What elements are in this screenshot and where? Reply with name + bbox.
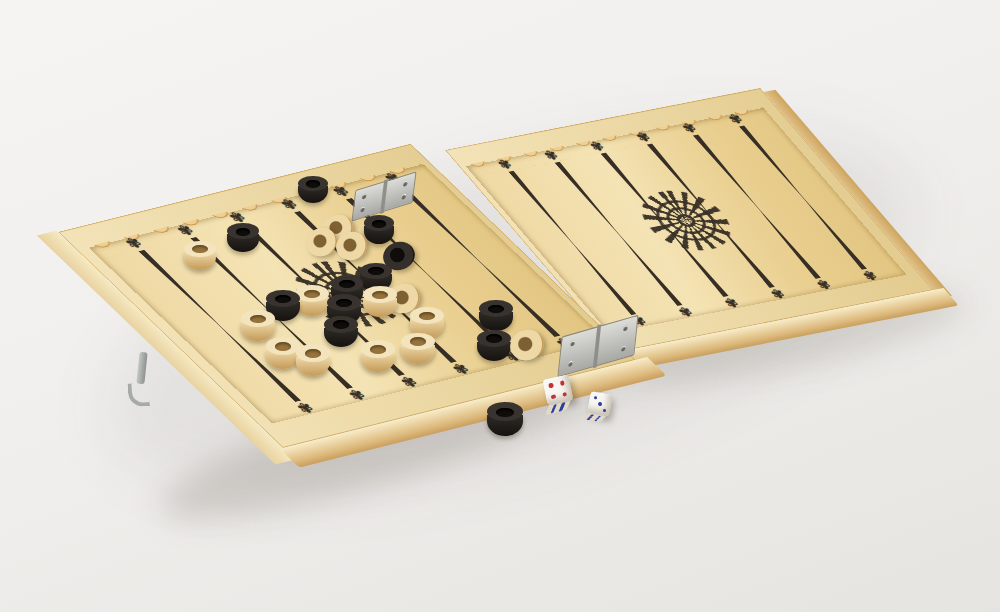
checker-white[interactable]: ○ [295, 285, 328, 315]
checker-black[interactable]: ● [479, 300, 513, 331]
scene: ✾✾✾✾✾✾ ✾✾✾✾✾✾ ✾✾✾✾✾✾ ✾✾✾✾✾✾ ●●●●●●●●●●●●… [0, 0, 1000, 612]
die[interactable] [587, 391, 612, 416]
die-pip [551, 394, 557, 400]
die-pip [560, 380, 566, 386]
hinge-screw [622, 325, 627, 332]
point-ornament: ✾ [814, 278, 834, 291]
hinge-screw [362, 193, 367, 200]
checker-hole [236, 228, 251, 236]
die[interactable] [543, 375, 574, 406]
checker-black[interactable]: ● [298, 176, 328, 203]
hinge-screw [570, 340, 575, 347]
hinge-screw [401, 194, 406, 201]
point-ornament: ✾ [397, 374, 421, 389]
checker-white[interactable]: ○ [401, 333, 436, 365]
hinge-screw [402, 180, 407, 187]
checker-hole [496, 408, 514, 417]
checker-white[interactable]: ○ [241, 310, 275, 341]
checker-black[interactable]: ● [227, 223, 258, 252]
point-ornament: ✾ [588, 140, 608, 153]
die-pip [593, 419, 598, 422]
die-pip [559, 407, 563, 411]
die-pip [602, 408, 607, 413]
point-ornament: ✾ [541, 149, 561, 162]
point-ornament: ✾ [768, 287, 788, 300]
hinge-screw [620, 345, 625, 352]
checker-black[interactable]: ● [477, 330, 511, 362]
die-pip [550, 409, 554, 413]
point-ornament: ✾ [860, 269, 880, 282]
checker-white[interactable]: ○ [361, 340, 396, 372]
checker-white[interactable]: ○ [184, 241, 216, 270]
point-ornament: ✾ [634, 131, 654, 144]
point-ornament: ✾ [680, 122, 700, 135]
hinge-screw [568, 360, 573, 367]
hinge-screw [360, 206, 365, 213]
checker-black[interactable]: ● [487, 402, 524, 436]
checker-black[interactable]: ● [324, 316, 358, 347]
die-pip [562, 392, 568, 398]
die-pip [586, 417, 591, 420]
point-ornament: ✾ [495, 158, 515, 171]
die-pip [598, 402, 603, 407]
checker-white[interactable]: ○ [363, 286, 396, 316]
point-ornament: ✾ [449, 362, 473, 377]
checker-black[interactable]: ● [364, 215, 395, 243]
checker-hole [372, 220, 387, 228]
point-ornament: ✾ [293, 400, 317, 415]
point-ornament: ✾ [675, 305, 695, 318]
die-pip [548, 383, 554, 389]
die-pip [593, 395, 598, 400]
point-ornament: ✾ [329, 184, 353, 199]
checker-white[interactable]: ○ [296, 344, 331, 376]
checker-hole [306, 180, 320, 188]
point-ornament: ✾ [345, 387, 369, 402]
point-ornament: ✾ [174, 223, 198, 238]
point-ornament: ✾ [122, 236, 146, 251]
point-ornament: ✾ [721, 296, 741, 309]
point-ornament: ✾ [726, 113, 746, 126]
